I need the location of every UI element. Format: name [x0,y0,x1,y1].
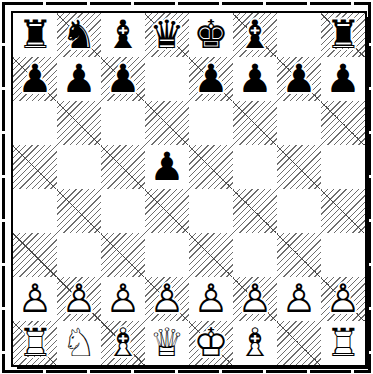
square-a3[interactable] [13,233,57,277]
square-d6[interactable] [145,101,189,145]
white-pawn: ♟♙ [321,277,365,321]
outer-frame-left [2,2,5,373]
square-h3[interactable] [321,233,365,277]
piece-glyph: ♕ [145,321,189,365]
square-d8[interactable]: ♛♛ [145,13,189,57]
square-a4[interactable] [13,189,57,233]
piece-glyph: ♝ [233,13,277,57]
square-b8[interactable]: ♞♞ [57,13,101,57]
square-f8[interactable]: ♝♝ [233,13,277,57]
black-rook: ♜♜ [321,13,365,57]
chess-board: ♜♜♞♞♝♝♛♛♚♚♝♝♜♜♟♟♟♟♟♟♟♟♟♟♟♟♟♟♟♟♟♙♟♙♟♙♟♙♟♙… [13,13,365,365]
square-b5[interactable] [57,145,101,189]
outer-frame-right [368,2,371,373]
square-f5[interactable] [233,145,277,189]
black-pawn: ♟♟ [145,145,189,189]
piece-glyph: ♖ [13,321,57,365]
square-a5[interactable] [13,145,57,189]
white-pawn: ♟♙ [189,277,233,321]
piece-glyph: ♟ [57,57,101,101]
white-bishop: ♝♗ [233,321,277,365]
square-e6[interactable] [189,101,233,145]
square-h7[interactable]: ♟♟ [321,57,365,101]
white-rook: ♜♖ [321,321,365,365]
square-e1[interactable]: ♚♔ [189,321,233,365]
square-b1[interactable]: ♞♘ [57,321,101,365]
black-knight: ♞♞ [57,13,101,57]
square-c4[interactable] [101,189,145,233]
square-c2[interactable]: ♟♙ [101,277,145,321]
square-b7[interactable]: ♟♟ [57,57,101,101]
square-e8[interactable]: ♚♚ [189,13,233,57]
piece-glyph: ♟ [321,57,365,101]
square-c5[interactable] [101,145,145,189]
piece-glyph: ♙ [277,277,321,321]
piece-glyph: ♛ [145,13,189,57]
black-rook: ♜♜ [13,13,57,57]
white-king: ♚♔ [189,321,233,365]
square-d5[interactable]: ♟♟ [145,145,189,189]
square-g5[interactable] [277,145,321,189]
piece-glyph: ♙ [145,277,189,321]
square-d7[interactable] [145,57,189,101]
piece-glyph: ♙ [101,277,145,321]
piece-glyph: ♙ [321,277,365,321]
piece-glyph: ♝ [101,13,145,57]
square-c7[interactable]: ♟♟ [101,57,145,101]
white-pawn: ♟♙ [233,277,277,321]
square-g8[interactable] [277,13,321,57]
black-pawn: ♟♟ [101,57,145,101]
square-d2[interactable]: ♟♙ [145,277,189,321]
piece-glyph: ♞ [57,13,101,57]
square-g2[interactable]: ♟♙ [277,277,321,321]
black-pawn: ♟♟ [13,57,57,101]
square-e3[interactable] [189,233,233,277]
piece-glyph: ♗ [101,321,145,365]
piece-glyph: ♟ [101,57,145,101]
chess-diagram: ♜♜♞♞♝♝♛♛♚♚♝♝♜♜♟♟♟♟♟♟♟♟♟♟♟♟♟♟♟♟♟♙♟♙♟♙♟♙♟♙… [0,0,373,374]
piece-glyph: ♙ [233,277,277,321]
square-d4[interactable] [145,189,189,233]
board-frame: ♜♜♞♞♝♝♛♛♚♚♝♝♜♜♟♟♟♟♟♟♟♟♟♟♟♟♟♟♟♟♟♙♟♙♟♙♟♙♟♙… [11,11,367,367]
square-d3[interactable] [145,233,189,277]
square-f6[interactable] [233,101,277,145]
black-pawn: ♟♟ [189,57,233,101]
square-c6[interactable] [101,101,145,145]
white-pawn: ♟♙ [101,277,145,321]
piece-glyph: ♖ [321,321,365,365]
square-f2[interactable]: ♟♙ [233,277,277,321]
square-h2[interactable]: ♟♙ [321,277,365,321]
square-c1[interactable]: ♝♗ [101,321,145,365]
piece-glyph: ♟ [277,57,321,101]
white-pawn: ♟♙ [13,277,57,321]
square-b6[interactable] [57,101,101,145]
black-pawn: ♟♟ [321,57,365,101]
piece-glyph: ♙ [13,277,57,321]
piece-glyph: ♟ [145,145,189,189]
square-h8[interactable]: ♜♜ [321,13,365,57]
square-f4[interactable] [233,189,277,233]
square-f7[interactable]: ♟♟ [233,57,277,101]
square-g4[interactable] [277,189,321,233]
piece-glyph: ♗ [233,321,277,365]
piece-glyph: ♟ [189,57,233,101]
square-a8[interactable]: ♜♜ [13,13,57,57]
piece-glyph: ♔ [189,321,233,365]
square-g6[interactable] [277,101,321,145]
black-pawn: ♟♟ [233,57,277,101]
square-h5[interactable] [321,145,365,189]
square-h4[interactable] [321,189,365,233]
piece-glyph: ♟ [233,57,277,101]
white-pawn: ♟♙ [145,277,189,321]
square-g3[interactable] [277,233,321,277]
square-g1[interactable] [277,321,321,365]
white-queen: ♛♕ [145,321,189,365]
white-rook: ♜♖ [13,321,57,365]
white-pawn: ♟♙ [277,277,321,321]
square-f1[interactable]: ♝♗ [233,321,277,365]
piece-glyph: ♟ [13,57,57,101]
square-b2[interactable]: ♟♙ [57,277,101,321]
black-pawn: ♟♟ [57,57,101,101]
square-a2[interactable]: ♟♙ [13,277,57,321]
square-e4[interactable] [189,189,233,233]
piece-glyph: ♚ [189,13,233,57]
square-e7[interactable]: ♟♟ [189,57,233,101]
square-h6[interactable] [321,101,365,145]
square-b4[interactable] [57,189,101,233]
piece-glyph: ♙ [57,277,101,321]
square-a7[interactable]: ♟♟ [13,57,57,101]
square-a1[interactable]: ♜♖ [13,321,57,365]
square-a6[interactable] [13,101,57,145]
piece-glyph: ♙ [189,277,233,321]
square-c3[interactable] [101,233,145,277]
square-e2[interactable]: ♟♙ [189,277,233,321]
outer-frame-top [2,2,371,5]
square-f3[interactable] [233,233,277,277]
piece-glyph: ♜ [13,13,57,57]
square-d1[interactable]: ♛♕ [145,321,189,365]
black-pawn: ♟♟ [277,57,321,101]
square-c8[interactable]: ♝♝ [101,13,145,57]
black-bishop: ♝♝ [233,13,277,57]
black-queen: ♛♛ [145,13,189,57]
square-h1[interactable]: ♜♖ [321,321,365,365]
square-b3[interactable] [57,233,101,277]
white-knight: ♞♘ [57,321,101,365]
black-bishop: ♝♝ [101,13,145,57]
piece-glyph: ♜ [321,13,365,57]
white-pawn: ♟♙ [57,277,101,321]
piece-glyph: ♘ [57,321,101,365]
black-king: ♚♚ [189,13,233,57]
square-g7[interactable]: ♟♟ [277,57,321,101]
outer-frame-bottom [2,370,371,373]
square-e5[interactable] [189,145,233,189]
white-bishop: ♝♗ [101,321,145,365]
